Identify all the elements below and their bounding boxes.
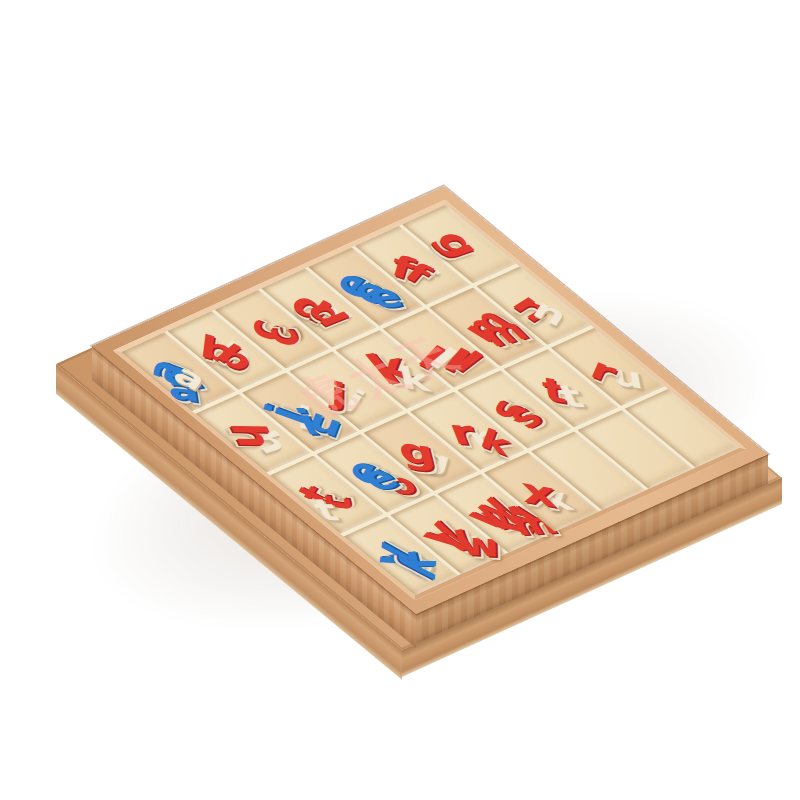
letter-tile-g: g (394, 433, 438, 472)
letter-tile-g: g (428, 227, 487, 261)
letter-tile-x: x (519, 473, 558, 514)
product-photo-scene: aaaabbbcccdddeeefffghhiiiujjkkllllmmnntt… (0, 0, 800, 800)
letter-tile-c: c (256, 327, 307, 347)
letter-tile-h: h (222, 423, 282, 448)
